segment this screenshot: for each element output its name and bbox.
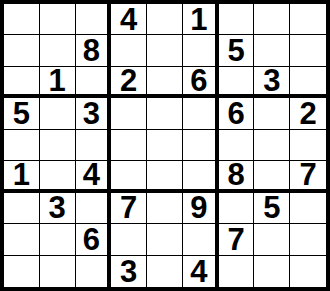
cell-r2c1[interactable] [4,35,40,66]
cell-r8c4[interactable] [111,224,147,255]
cell-r1c3[interactable] [76,4,112,35]
cell-r6c8[interactable] [254,161,290,192]
cell-r2c4[interactable] [111,35,147,66]
cell-r6c4[interactable] [111,161,147,192]
cell-r9c1[interactable] [4,256,40,287]
cell-r2c6[interactable] [183,35,219,66]
cell-r1c8[interactable] [254,4,290,35]
cell-r9c8[interactable] [254,256,290,287]
cell-r3c5[interactable] [147,67,183,98]
cell-r7c1[interactable] [4,193,40,224]
cell-r9c5[interactable] [147,256,183,287]
cell-r7c3[interactable] [76,193,112,224]
cell-r2c8[interactable] [254,35,290,66]
cell-r5c5[interactable] [147,130,183,161]
cell-r6c7[interactable]: 8 [219,161,255,192]
cell-r2c2[interactable] [40,35,76,66]
cell-r1c5[interactable] [147,4,183,35]
cell-r5c3[interactable] [76,130,112,161]
cell-r8c6[interactable] [183,224,219,255]
cell-r4c1[interactable]: 5 [4,98,40,129]
cell-r3c9[interactable] [290,67,326,98]
cell-r7c7[interactable] [219,193,255,224]
cell-r3c8[interactable]: 3 [254,67,290,98]
cell-r1c1[interactable] [4,4,40,35]
cell-r4c7[interactable]: 6 [219,98,255,129]
cell-r5c7[interactable] [219,130,255,161]
cell-r4c6[interactable] [183,98,219,129]
cell-r4c9[interactable]: 2 [290,98,326,129]
cell-r8c9[interactable] [290,224,326,255]
cell-r7c9[interactable] [290,193,326,224]
cell-r6c6[interactable] [183,161,219,192]
cell-r8c5[interactable] [147,224,183,255]
cell-r4c5[interactable] [147,98,183,129]
cell-r6c2[interactable] [40,161,76,192]
cell-r9c3[interactable] [76,256,112,287]
cell-r4c4[interactable] [111,98,147,129]
cell-r6c3[interactable]: 4 [76,161,112,192]
cell-r2c3[interactable]: 8 [76,35,112,66]
cell-r3c2[interactable]: 1 [40,67,76,98]
cell-r7c8[interactable]: 5 [254,193,290,224]
cell-r9c9[interactable] [290,256,326,287]
cell-r2c7[interactable]: 5 [219,35,255,66]
cell-r8c2[interactable] [40,224,76,255]
cell-r8c8[interactable] [254,224,290,255]
sudoku-puzzle: 418512635362148737956734 [0,0,330,291]
cell-r3c6[interactable]: 6 [183,67,219,98]
cell-r3c3[interactable] [76,67,112,98]
cell-r4c8[interactable] [254,98,290,129]
cell-r5c1[interactable] [4,130,40,161]
cell-r7c5[interactable] [147,193,183,224]
cell-r3c1[interactable] [4,67,40,98]
cell-r1c2[interactable] [40,4,76,35]
cell-r6c9[interactable]: 7 [290,161,326,192]
cell-r9c4[interactable]: 3 [111,256,147,287]
cell-r1c9[interactable] [290,4,326,35]
cell-r6c1[interactable]: 1 [4,161,40,192]
cell-r1c4[interactable]: 4 [111,4,147,35]
cell-r8c7[interactable]: 7 [219,224,255,255]
cell-r2c9[interactable] [290,35,326,66]
cell-r9c6[interactable]: 4 [183,256,219,287]
cell-r4c3[interactable]: 3 [76,98,112,129]
cell-r5c2[interactable] [40,130,76,161]
cell-r3c4[interactable]: 2 [111,67,147,98]
cell-r5c9[interactable] [290,130,326,161]
cell-r1c7[interactable] [219,4,255,35]
cell-r7c4[interactable]: 7 [111,193,147,224]
cell-r4c2[interactable] [40,98,76,129]
cell-r9c2[interactable] [40,256,76,287]
cell-r8c1[interactable] [4,224,40,255]
cell-r3c7[interactable] [219,67,255,98]
cell-r8c3[interactable]: 6 [76,224,112,255]
cell-r7c6[interactable]: 9 [183,193,219,224]
cell-r2c5[interactable] [147,35,183,66]
sudoku-board: 418512635362148737956734 [0,0,330,291]
cell-r5c4[interactable] [111,130,147,161]
cell-r5c8[interactable] [254,130,290,161]
cell-r7c2[interactable]: 3 [40,193,76,224]
cell-r1c6[interactable]: 1 [183,4,219,35]
cell-r5c6[interactable] [183,130,219,161]
cell-r9c7[interactable] [219,256,255,287]
cell-r6c5[interactable] [147,161,183,192]
